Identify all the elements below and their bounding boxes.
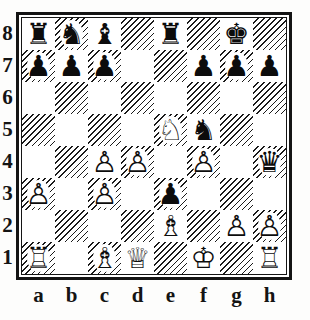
white-pawn-piece: ♙	[187, 146, 220, 178]
square-e5[interactable]: ♘	[154, 114, 187, 146]
file-labels: abcdefgh	[22, 283, 286, 308]
square-h7[interactable]: ♟	[253, 50, 286, 82]
black-pawn-piece: ♟	[220, 50, 253, 82]
square-b8[interactable]: ♞	[55, 18, 88, 50]
white-pawn-piece: ♙	[88, 146, 121, 178]
square-h5[interactable]	[253, 114, 286, 146]
square-f4[interactable]: ♙	[187, 146, 220, 178]
rank-label-3: 3	[0, 181, 15, 206]
square-g4[interactable]	[220, 146, 253, 178]
square-e1[interactable]	[154, 242, 187, 274]
white-rook-piece: ♖	[22, 242, 55, 274]
black-rook-piece: ♜	[22, 18, 55, 50]
square-d1[interactable]: ♕	[121, 242, 154, 274]
square-g8[interactable]: ♚	[220, 18, 253, 50]
file-label-d: d	[121, 283, 154, 308]
square-g5[interactable]	[220, 114, 253, 146]
square-h8[interactable]	[253, 18, 286, 50]
black-pawn-piece: ♟	[22, 50, 55, 82]
square-a2[interactable]	[22, 210, 55, 242]
square-d3[interactable]	[121, 178, 154, 210]
square-d7[interactable]	[121, 50, 154, 82]
square-c8[interactable]: ♝	[88, 18, 121, 50]
file-label-b: b	[55, 283, 88, 308]
square-c5[interactable]	[88, 114, 121, 146]
square-b5[interactable]	[55, 114, 88, 146]
rank-label-6: 6	[0, 85, 15, 110]
square-e8[interactable]: ♜	[154, 18, 187, 50]
square-g7[interactable]: ♟	[220, 50, 253, 82]
square-g3[interactable]	[220, 178, 253, 210]
rank-label-1: 1	[0, 245, 15, 270]
chess-diagram-page: 87654321 ♜♞♝♜♚♟♟♟♟♟♟♘♞♙♙♙♛♙♙♟♗♙♙♖♗♕♔♖ ab…	[0, 0, 310, 320]
board-frame: ♜♞♝♜♚♟♟♟♟♟♟♘♞♙♙♙♛♙♙♟♗♙♙♖♗♕♔♖	[16, 12, 292, 280]
square-a1[interactable]: ♖	[22, 242, 55, 274]
square-d5[interactable]	[121, 114, 154, 146]
square-d2[interactable]	[121, 210, 154, 242]
square-f1[interactable]: ♔	[187, 242, 220, 274]
black-king-piece: ♚	[220, 18, 253, 50]
square-a4[interactable]	[22, 146, 55, 178]
black-queen-piece: ♛	[253, 146, 286, 178]
square-b3[interactable]	[55, 178, 88, 210]
square-a7[interactable]: ♟	[22, 50, 55, 82]
square-d4[interactable]: ♙	[121, 146, 154, 178]
square-a8[interactable]: ♜	[22, 18, 55, 50]
board-inner-border: ♜♞♝♜♚♟♟♟♟♟♟♘♞♙♙♙♛♙♙♟♗♙♙♖♗♕♔♖	[21, 17, 287, 275]
file-label-h: h	[253, 283, 286, 308]
black-pawn-piece: ♟	[88, 50, 121, 82]
square-e6[interactable]	[154, 82, 187, 114]
square-a3[interactable]: ♙	[22, 178, 55, 210]
square-c4[interactable]: ♙	[88, 146, 121, 178]
chess-board: ♜♞♝♜♚♟♟♟♟♟♟♘♞♙♙♙♛♙♙♟♗♙♙♖♗♕♔♖	[22, 18, 286, 274]
square-c7[interactable]: ♟	[88, 50, 121, 82]
square-a5[interactable]	[22, 114, 55, 146]
square-h4[interactable]: ♛	[253, 146, 286, 178]
black-rook-piece: ♜	[154, 18, 187, 50]
file-label-g: g	[220, 283, 253, 308]
square-e7[interactable]	[154, 50, 187, 82]
white-pawn-piece: ♙	[88, 178, 121, 210]
square-b1[interactable]	[55, 242, 88, 274]
square-g1[interactable]	[220, 242, 253, 274]
black-pawn-piece: ♟	[187, 50, 220, 82]
square-h6[interactable]	[253, 82, 286, 114]
rank-label-7: 7	[0, 53, 15, 78]
square-b4[interactable]	[55, 146, 88, 178]
square-f6[interactable]	[187, 82, 220, 114]
white-pawn-piece: ♙	[220, 210, 253, 242]
white-pawn-piece: ♙	[22, 178, 55, 210]
square-b7[interactable]: ♟	[55, 50, 88, 82]
square-f3[interactable]	[187, 178, 220, 210]
black-pawn-piece: ♟	[253, 50, 286, 82]
square-d8[interactable]	[121, 18, 154, 50]
square-h3[interactable]	[253, 178, 286, 210]
file-label-f: f	[187, 283, 220, 308]
square-e2[interactable]: ♗	[154, 210, 187, 242]
square-c6[interactable]	[88, 82, 121, 114]
white-rook-piece: ♖	[253, 242, 286, 274]
square-d6[interactable]	[121, 82, 154, 114]
square-f7[interactable]: ♟	[187, 50, 220, 82]
square-c1[interactable]: ♗	[88, 242, 121, 274]
black-bishop-piece: ♝	[88, 18, 121, 50]
square-f5[interactable]: ♞	[187, 114, 220, 146]
square-b2[interactable]	[55, 210, 88, 242]
square-a6[interactable]	[22, 82, 55, 114]
black-pawn-piece: ♟	[55, 50, 88, 82]
white-king-piece: ♔	[187, 242, 220, 274]
white-bishop-piece: ♗	[154, 210, 187, 242]
square-b6[interactable]	[55, 82, 88, 114]
rank-label-4: 4	[0, 149, 15, 174]
file-label-a: a	[22, 283, 55, 308]
square-e3[interactable]: ♟	[154, 178, 187, 210]
white-pawn-piece: ♙	[121, 146, 154, 178]
black-knight-piece: ♞	[187, 114, 220, 146]
square-h1[interactable]: ♖	[253, 242, 286, 274]
white-pawn-piece: ♙	[253, 210, 286, 242]
square-e4[interactable]	[154, 146, 187, 178]
rank-label-8: 8	[0, 21, 15, 46]
square-g2[interactable]: ♙	[220, 210, 253, 242]
square-f2[interactable]	[187, 210, 220, 242]
white-bishop-piece: ♗	[88, 242, 121, 274]
square-h2[interactable]: ♙	[253, 210, 286, 242]
rank-label-2: 2	[0, 213, 15, 238]
file-label-c: c	[88, 283, 121, 308]
rank-label-5: 5	[0, 117, 15, 142]
white-knight-piece: ♘	[154, 114, 187, 146]
white-queen-piece: ♕	[121, 242, 154, 274]
file-label-e: e	[154, 283, 187, 308]
black-pawn-piece: ♟	[154, 178, 187, 210]
square-f8[interactable]	[187, 18, 220, 50]
square-c3[interactable]: ♙	[88, 178, 121, 210]
square-c2[interactable]	[88, 210, 121, 242]
square-g6[interactable]	[220, 82, 253, 114]
black-knight-piece: ♞	[55, 18, 88, 50]
